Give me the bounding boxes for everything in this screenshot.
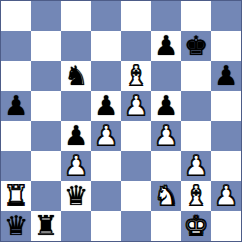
square-c6[interactable]: ♞ — [61, 61, 91, 91]
square-d8[interactable] — [91, 1, 121, 31]
square-d2[interactable] — [91, 181, 121, 211]
square-b5[interactable] — [31, 91, 61, 121]
black-pawn: ♟ — [214, 62, 238, 89]
square-c5[interactable] — [61, 91, 91, 121]
square-a7[interactable] — [1, 31, 31, 61]
square-c7[interactable] — [61, 31, 91, 61]
square-b4[interactable] — [31, 121, 61, 151]
square-g1[interactable]: ♚ — [181, 211, 211, 241]
square-e2[interactable] — [121, 181, 151, 211]
square-a1[interactable]: ♛ — [1, 211, 31, 241]
square-d6[interactable] — [91, 61, 121, 91]
chess-board: ♟♚♞♝♟♟♟♟♟♟♟♟♟♟♜♛♞♝♟♛♜♚ — [0, 0, 242, 242]
white-pawn: ♟ — [214, 182, 238, 209]
square-a2[interactable]: ♜ — [1, 181, 31, 211]
square-h3[interactable] — [211, 151, 241, 181]
square-b6[interactable] — [31, 61, 61, 91]
square-a8[interactable] — [1, 1, 31, 31]
square-h6[interactable]: ♟ — [211, 61, 241, 91]
square-h7[interactable] — [211, 31, 241, 61]
square-h4[interactable] — [211, 121, 241, 151]
square-f4[interactable]: ♟ — [151, 121, 181, 151]
square-f3[interactable] — [151, 151, 181, 181]
square-a6[interactable] — [1, 61, 31, 91]
square-g3[interactable]: ♟ — [181, 151, 211, 181]
square-f6[interactable] — [151, 61, 181, 91]
square-c3[interactable]: ♟ — [61, 151, 91, 181]
black-pawn: ♟ — [154, 32, 178, 59]
white-knight: ♞ — [154, 182, 178, 209]
square-h1[interactable] — [211, 211, 241, 241]
white-pawn: ♟ — [124, 92, 148, 119]
black-king: ♚ — [184, 32, 208, 59]
white-rook: ♜ — [4, 182, 28, 209]
white-pawn: ♟ — [94, 122, 118, 149]
square-c8[interactable] — [61, 1, 91, 31]
square-g6[interactable] — [181, 61, 211, 91]
square-d1[interactable] — [91, 211, 121, 241]
square-e4[interactable] — [121, 121, 151, 151]
square-g8[interactable] — [181, 1, 211, 31]
square-e7[interactable] — [121, 31, 151, 61]
black-pawn: ♟ — [94, 92, 118, 119]
square-h5[interactable] — [211, 91, 241, 121]
square-e1[interactable] — [121, 211, 151, 241]
square-e3[interactable] — [121, 151, 151, 181]
white-pawn: ♟ — [154, 122, 178, 149]
square-c2[interactable]: ♛ — [61, 181, 91, 211]
square-d3[interactable] — [91, 151, 121, 181]
square-d5[interactable]: ♟ — [91, 91, 121, 121]
square-c1[interactable] — [61, 211, 91, 241]
black-pawn: ♟ — [4, 92, 28, 119]
square-d4[interactable]: ♟ — [91, 121, 121, 151]
white-bishop: ♝ — [124, 62, 148, 89]
square-b2[interactable] — [31, 181, 61, 211]
square-h2[interactable]: ♟ — [211, 181, 241, 211]
black-queen: ♛ — [64, 182, 88, 209]
square-f7[interactable]: ♟ — [151, 31, 181, 61]
square-f1[interactable] — [151, 211, 181, 241]
black-queen: ♛ — [4, 212, 28, 239]
square-b8[interactable] — [31, 1, 61, 31]
square-g2[interactable]: ♝ — [181, 181, 211, 211]
square-b1[interactable]: ♜ — [31, 211, 61, 241]
square-g7[interactable]: ♚ — [181, 31, 211, 61]
square-a3[interactable] — [1, 151, 31, 181]
white-bishop: ♝ — [184, 182, 208, 209]
white-pawn: ♟ — [64, 152, 88, 179]
square-e6[interactable]: ♝ — [121, 61, 151, 91]
square-g5[interactable] — [181, 91, 211, 121]
black-rook: ♜ — [34, 212, 58, 239]
square-g4[interactable] — [181, 121, 211, 151]
square-b7[interactable] — [31, 31, 61, 61]
square-a5[interactable]: ♟ — [1, 91, 31, 121]
black-pawn: ♟ — [154, 92, 178, 119]
square-e5[interactable]: ♟ — [121, 91, 151, 121]
black-pawn: ♟ — [64, 122, 88, 149]
square-h8[interactable] — [211, 1, 241, 31]
square-a4[interactable] — [1, 121, 31, 151]
square-e8[interactable] — [121, 1, 151, 31]
white-king: ♚ — [184, 212, 208, 239]
square-d7[interactable] — [91, 31, 121, 61]
square-f2[interactable]: ♞ — [151, 181, 181, 211]
black-knight: ♞ — [64, 62, 88, 89]
white-pawn: ♟ — [184, 152, 208, 179]
square-c4[interactable]: ♟ — [61, 121, 91, 151]
square-b3[interactable] — [31, 151, 61, 181]
square-f8[interactable] — [151, 1, 181, 31]
square-f5[interactable]: ♟ — [151, 91, 181, 121]
